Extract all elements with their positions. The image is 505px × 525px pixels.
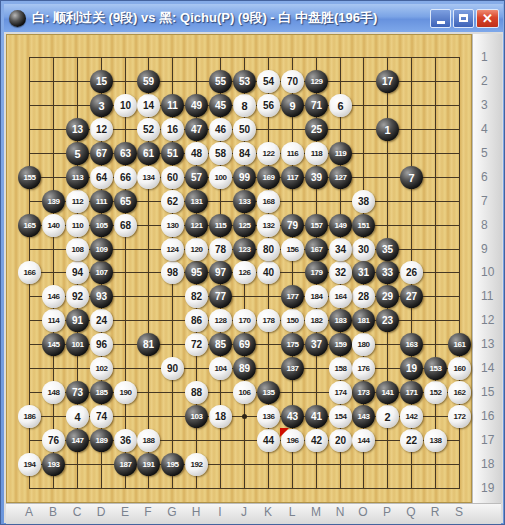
stone-N10[interactable]: 32 (329, 261, 352, 284)
stone-H5[interactable]: 48 (185, 142, 208, 165)
maximize-button[interactable] (453, 9, 474, 28)
row-label: 19 (481, 481, 494, 495)
stone-A10[interactable]: 166 (18, 261, 41, 284)
stone-N3[interactable]: 6 (329, 94, 352, 117)
window-buttons: ✕ (430, 9, 499, 28)
stone-N9[interactable]: 34 (329, 238, 352, 261)
stone-N12[interactable]: 183 (329, 309, 352, 332)
stone-M13[interactable]: 37 (305, 333, 328, 356)
stone-H16[interactable]: 103 (185, 405, 208, 428)
stone-Q10[interactable]: 26 (400, 261, 423, 284)
row-label: 10 (481, 265, 494, 279)
stone-H11[interactable]: 82 (185, 285, 208, 308)
stone-C5[interactable]: 5 (66, 142, 89, 165)
stone-C12[interactable]: 91 (66, 309, 89, 332)
stone-C8[interactable]: 110 (66, 214, 89, 237)
stone-E6[interactable]: 66 (114, 166, 137, 189)
col-label: D (97, 505, 106, 519)
stone-L8[interactable]: 79 (281, 214, 304, 237)
stone-G3[interactable]: 11 (161, 94, 184, 117)
grid-line (29, 464, 460, 465)
col-label: E (121, 505, 129, 519)
stone-K5[interactable]: 122 (257, 142, 280, 165)
stone-I2[interactable]: 55 (209, 70, 232, 93)
stone-G7[interactable]: 62 (161, 190, 184, 213)
stone-S16[interactable]: 172 (448, 405, 471, 428)
stone-G8[interactable]: 130 (161, 214, 184, 237)
stone-D11[interactable]: 93 (90, 285, 113, 308)
col-label: J (241, 505, 247, 519)
stone-I11[interactable]: 77 (209, 285, 232, 308)
stone-P16[interactable]: 2 (376, 405, 399, 428)
grid-line (53, 57, 54, 489)
window-content: ABCDEFGHIJKLMNOPQRS123456789101112131415… (4, 32, 503, 523)
app-window: 白: 顺利过关 (9段) vs 黑: Qichu(P) (9段) - 白 中盘胜… (0, 0, 505, 525)
stone-G6[interactable]: 60 (161, 166, 184, 189)
stone-C15[interactable]: 73 (66, 381, 89, 404)
row-label: 18 (481, 457, 494, 471)
stone-M16[interactable]: 41 (305, 405, 328, 428)
stone-E17[interactable]: 36 (114, 429, 137, 452)
col-label: R (431, 505, 440, 519)
row-label: 15 (481, 385, 494, 399)
col-label: K (264, 505, 272, 519)
stone-J3[interactable]: 8 (233, 94, 256, 117)
stone-J9[interactable]: 123 (233, 238, 256, 261)
stone-L14[interactable]: 137 (281, 357, 304, 380)
title-bar[interactable]: 白: 顺利过关 (9段) vs 黑: Qichu(P) (9段) - 白 中盘胜… (4, 4, 503, 32)
stone-S15[interactable]: 162 (448, 381, 471, 404)
stone-I8[interactable]: 115 (209, 214, 232, 237)
stone-M10[interactable]: 179 (305, 261, 328, 284)
stone-I13[interactable]: 85 (209, 333, 232, 356)
stone-J7[interactable]: 133 (233, 190, 256, 213)
stone-L12[interactable]: 150 (281, 309, 304, 332)
stone-B17[interactable]: 76 (42, 429, 65, 452)
stone-E7[interactable]: 65 (114, 190, 137, 213)
col-label: C (73, 505, 82, 519)
stone-O8[interactable]: 151 (352, 214, 375, 237)
stone-H13[interactable]: 72 (185, 333, 208, 356)
stone-F2[interactable]: 59 (137, 70, 160, 93)
stone-A16[interactable]: 186 (18, 405, 41, 428)
stone-F18[interactable]: 191 (137, 453, 160, 476)
grid-line (125, 57, 126, 489)
stone-F3[interactable]: 14 (137, 94, 160, 117)
stone-P11[interactable]: 29 (376, 285, 399, 308)
row-label: 7 (481, 194, 488, 208)
stone-K15[interactable]: 135 (257, 381, 280, 404)
stone-J8[interactable]: 125 (233, 214, 256, 237)
stone-O14[interactable]: 176 (352, 357, 375, 380)
stone-D6[interactable]: 64 (90, 166, 113, 189)
col-label: G (167, 505, 176, 519)
stone-D12[interactable]: 24 (90, 309, 113, 332)
stone-O16[interactable]: 143 (352, 405, 375, 428)
stone-K10[interactable]: 40 (257, 261, 280, 284)
stone-D15[interactable]: 185 (90, 381, 113, 404)
stone-G10[interactable]: 98 (161, 261, 184, 284)
stone-G14[interactable]: 90 (161, 357, 184, 380)
row-label: 6 (481, 170, 488, 184)
stone-G9[interactable]: 124 (161, 238, 184, 261)
stone-B8[interactable]: 140 (42, 214, 65, 237)
stone-H6[interactable]: 57 (185, 166, 208, 189)
stone-O12[interactable]: 181 (352, 309, 375, 332)
stone-O7[interactable]: 38 (352, 190, 375, 213)
stone-D5[interactable]: 67 (90, 142, 113, 165)
stone-R17[interactable]: 138 (424, 429, 447, 452)
stone-D13[interactable]: 96 (90, 333, 113, 356)
stone-I16[interactable]: 18 (209, 405, 232, 428)
stone-D10[interactable]: 107 (90, 261, 113, 284)
stone-E15[interactable]: 190 (114, 381, 137, 404)
stone-I12[interactable]: 128 (209, 309, 232, 332)
col-label: F (144, 505, 151, 519)
row-label: 16 (481, 409, 494, 423)
col-label: S (455, 505, 463, 519)
row-label: 8 (481, 218, 488, 232)
stone-B12[interactable]: 114 (42, 309, 65, 332)
stone-I4[interactable]: 46 (209, 118, 232, 141)
stone-A6[interactable]: 155 (18, 166, 41, 189)
stone-H12[interactable]: 86 (185, 309, 208, 332)
col-label: O (358, 505, 367, 519)
stone-H15[interactable]: 88 (185, 381, 208, 404)
stone-A18[interactable]: 194 (18, 453, 41, 476)
stone-N6[interactable]: 127 (329, 166, 352, 189)
stone-E18[interactable]: 187 (114, 453, 137, 476)
stone-L13[interactable]: 175 (281, 333, 304, 356)
stone-S14[interactable]: 160 (448, 357, 471, 380)
stone-O13[interactable]: 180 (352, 333, 375, 356)
close-icon: ✕ (482, 11, 493, 26)
stone-P10[interactable]: 33 (376, 261, 399, 284)
stone-B18[interactable]: 193 (42, 453, 65, 476)
col-label: P (383, 505, 391, 519)
minimize-button[interactable] (430, 9, 451, 28)
last-move-marker (280, 428, 289, 437)
stone-C9[interactable]: 108 (66, 238, 89, 261)
stone-B7[interactable]: 139 (42, 190, 65, 213)
stone-D16[interactable]: 74 (90, 405, 113, 428)
stone-E8[interactable]: 68 (114, 214, 137, 237)
row-label: 17 (481, 433, 494, 447)
stone-C7[interactable]: 112 (66, 190, 89, 213)
stone-F17[interactable]: 188 (137, 429, 160, 452)
stone-Q6[interactable]: 7 (400, 166, 423, 189)
col-label: N (336, 505, 345, 519)
minimize-icon (437, 21, 445, 24)
stone-F5[interactable]: 61 (137, 142, 160, 165)
stone-D17[interactable]: 189 (90, 429, 113, 452)
stone-D9[interactable]: 109 (90, 238, 113, 261)
stone-K17[interactable]: 44 (257, 429, 280, 452)
stone-G5[interactable]: 51 (161, 142, 184, 165)
row-label: 9 (481, 242, 488, 256)
stone-N17[interactable]: 20 (329, 429, 352, 452)
stone-K6[interactable]: 169 (257, 166, 280, 189)
stone-M6[interactable]: 39 (305, 166, 328, 189)
stone-J14[interactable]: 89 (233, 357, 256, 380)
stone-B15[interactable]: 148 (42, 381, 65, 404)
stone-D3[interactable]: 3 (90, 94, 113, 117)
row-label: 5 (481, 146, 488, 160)
row-label: 11 (481, 289, 493, 303)
stone-C13[interactable]: 101 (66, 333, 89, 356)
stone-O15[interactable]: 173 (352, 381, 375, 404)
stone-Q15[interactable]: 171 (400, 381, 423, 404)
col-label: L (289, 505, 296, 519)
stone-M17[interactable]: 42 (305, 429, 328, 452)
stone-J2[interactable]: 53 (233, 70, 256, 93)
stone-P2[interactable]: 17 (376, 70, 399, 93)
stone-R15[interactable]: 152 (424, 381, 447, 404)
row-label: 14 (481, 361, 494, 375)
stone-R14[interactable]: 153 (424, 357, 447, 380)
stone-P12[interactable]: 23 (376, 309, 399, 332)
stone-L9[interactable]: 156 (281, 238, 304, 261)
stone-J12[interactable]: 170 (233, 309, 256, 332)
row-label: 13 (481, 337, 494, 351)
stone-M2[interactable]: 129 (305, 70, 328, 93)
stone-I3[interactable]: 45 (209, 94, 232, 117)
stone-H10[interactable]: 95 (185, 261, 208, 284)
stone-N5[interactable]: 119 (329, 142, 352, 165)
stone-N8[interactable]: 149 (329, 214, 352, 237)
maximize-icon (459, 14, 468, 22)
stone-H4[interactable]: 47 (185, 118, 208, 141)
stone-Q16[interactable]: 142 (400, 405, 423, 428)
col-label: I (218, 505, 221, 519)
stone-F4[interactable]: 52 (137, 118, 160, 141)
stone-N11[interactable]: 164 (329, 285, 352, 308)
stone-L5[interactable]: 116 (281, 142, 304, 165)
stone-Q13[interactable]: 163 (400, 333, 423, 356)
stone-H9[interactable]: 120 (185, 238, 208, 261)
go-stone-icon (9, 10, 26, 27)
stone-C10[interactable]: 94 (66, 261, 89, 284)
stone-L6[interactable]: 117 (281, 166, 304, 189)
stone-J15[interactable]: 106 (233, 381, 256, 404)
stone-D14[interactable]: 102 (90, 357, 113, 380)
stone-C17[interactable]: 147 (66, 429, 89, 452)
stone-I6[interactable]: 100 (209, 166, 232, 189)
stone-C6[interactable]: 113 (66, 166, 89, 189)
stone-K12[interactable]: 178 (257, 309, 280, 332)
stone-H8[interactable]: 121 (185, 214, 208, 237)
stone-E3[interactable]: 10 (114, 94, 137, 117)
stone-H3[interactable]: 49 (185, 94, 208, 117)
stone-M4[interactable]: 25 (305, 118, 328, 141)
stone-Q11[interactable]: 27 (400, 285, 423, 308)
stone-J5[interactable]: 84 (233, 142, 256, 165)
stone-J10[interactable]: 126 (233, 261, 256, 284)
stone-P4[interactable]: 1 (376, 118, 399, 141)
stone-K7[interactable]: 168 (257, 190, 280, 213)
stone-M5[interactable]: 118 (305, 142, 328, 165)
stone-O9[interactable]: 30 (352, 238, 375, 261)
stone-P9[interactable]: 35 (376, 238, 399, 261)
stone-S13[interactable]: 161 (448, 333, 471, 356)
col-label: B (49, 505, 57, 519)
stone-P15[interactable]: 141 (376, 381, 399, 404)
stone-N15[interactable]: 174 (329, 381, 352, 404)
stone-C11[interactable]: 92 (66, 285, 89, 308)
stone-L11[interactable]: 177 (281, 285, 304, 308)
stone-L2[interactable]: 70 (281, 70, 304, 93)
row-label: 3 (481, 98, 488, 112)
stone-O11[interactable]: 28 (352, 285, 375, 308)
stone-D8[interactable]: 105 (90, 214, 113, 237)
row-label: 4 (481, 122, 488, 136)
row-label: 12 (481, 313, 494, 327)
stone-K9[interactable]: 80 (257, 238, 280, 261)
stone-O17[interactable]: 144 (352, 429, 375, 452)
stone-I10[interactable]: 97 (209, 261, 232, 284)
stone-E5[interactable]: 63 (114, 142, 137, 165)
row-label: 2 (481, 74, 488, 88)
stone-L16[interactable]: 43 (281, 405, 304, 428)
stone-B11[interactable]: 146 (42, 285, 65, 308)
col-label: Q (406, 505, 415, 519)
stone-Q14[interactable]: 19 (400, 357, 423, 380)
stone-G18[interactable]: 195 (161, 453, 184, 476)
stone-L3[interactable]: 9 (281, 94, 304, 117)
stone-I14[interactable]: 104 (209, 357, 232, 380)
stone-K8[interactable]: 132 (257, 214, 280, 237)
grid-line (435, 57, 436, 489)
stone-A8[interactable]: 165 (18, 214, 41, 237)
stone-N14[interactable]: 158 (329, 357, 352, 380)
stone-I5[interactable]: 58 (209, 142, 232, 165)
stone-N13[interactable]: 159 (329, 333, 352, 356)
stone-Q17[interactable]: 22 (400, 429, 423, 452)
stone-O10[interactable]: 31 (352, 261, 375, 284)
stone-N16[interactable]: 154 (329, 405, 352, 428)
stone-J6[interactable]: 99 (233, 166, 256, 189)
stone-D2[interactable]: 15 (90, 70, 113, 93)
close-button[interactable]: ✕ (476, 9, 499, 28)
grid-line (29, 488, 460, 489)
stone-C4[interactable]: 13 (66, 118, 89, 141)
stone-K3[interactable]: 56 (257, 94, 280, 117)
stone-H18[interactable]: 192 (185, 453, 208, 476)
row-label: 1 (481, 50, 488, 64)
col-label: H (192, 505, 201, 519)
stone-J13[interactable]: 69 (233, 333, 256, 356)
stone-I9[interactable]: 78 (209, 238, 232, 261)
stone-B13[interactable]: 145 (42, 333, 65, 356)
stone-F6[interactable]: 134 (137, 166, 160, 189)
stone-M3[interactable]: 71 (305, 94, 328, 117)
col-label: A (25, 505, 33, 519)
stone-H7[interactable]: 131 (185, 190, 208, 213)
stone-M11[interactable]: 184 (305, 285, 328, 308)
stone-C16[interactable]: 4 (66, 405, 89, 428)
stone-D7[interactable]: 111 (90, 190, 113, 213)
stone-G4[interactable]: 16 (161, 118, 184, 141)
stone-D4[interactable]: 12 (90, 118, 113, 141)
stone-M9[interactable]: 167 (305, 238, 328, 261)
stone-M8[interactable]: 157 (305, 214, 328, 237)
stone-K16[interactable]: 136 (257, 405, 280, 428)
stone-F13[interactable]: 81 (137, 333, 160, 356)
stone-J4[interactable]: 50 (233, 118, 256, 141)
col-label: M (311, 505, 321, 519)
window-title: 白: 顺利过关 (9段) vs 黑: Qichu(P) (9段) - 白 中盘胜… (32, 9, 430, 27)
star-point (242, 414, 247, 419)
stone-K2[interactable]: 54 (257, 70, 280, 93)
stone-M12[interactable]: 182 (305, 309, 328, 332)
